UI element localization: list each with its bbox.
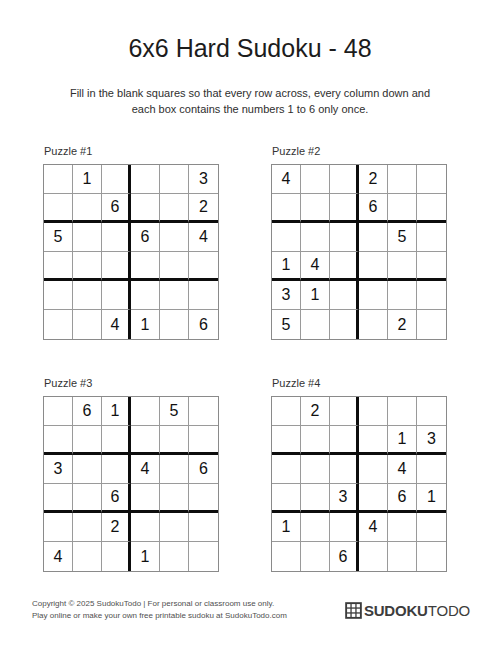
cell-r2c2 bbox=[301, 194, 330, 223]
cell-r5c1 bbox=[44, 513, 73, 542]
cell-r2c5 bbox=[388, 194, 417, 223]
cell-r3c4: 4 bbox=[131, 455, 160, 484]
cell-r4c3: 3 bbox=[330, 484, 359, 513]
cell-r2c6 bbox=[417, 194, 446, 223]
cell-r1c2 bbox=[301, 165, 330, 194]
puzzle-2: Puzzle #2 4265143152 bbox=[271, 145, 447, 340]
cell-r4c6: 1 bbox=[417, 484, 446, 513]
copyright-line-1: Copyright © 2025 SudokuTodo | For person… bbox=[32, 598, 287, 610]
sudoku-board-3: 6153466241 bbox=[43, 396, 219, 572]
cell-r1c2: 6 bbox=[73, 397, 102, 426]
cell-r5c4 bbox=[131, 513, 160, 542]
puzzle-3: Puzzle #3 6153466241 bbox=[43, 377, 219, 572]
cell-r1c1 bbox=[272, 397, 301, 426]
cell-r5c5 bbox=[160, 513, 189, 542]
sudoku-board-1: 1362564416 bbox=[43, 164, 219, 340]
sudoku-board-4: 2134361146 bbox=[271, 396, 447, 572]
cell-r1c2: 1 bbox=[73, 165, 102, 194]
cell-r2c6 bbox=[189, 426, 218, 455]
cell-r5c3 bbox=[102, 281, 131, 310]
cell-r2c3: 6 bbox=[102, 194, 131, 223]
cell-r2c4 bbox=[359, 426, 388, 455]
cell-r3c3 bbox=[102, 223, 131, 252]
cell-r4c2 bbox=[301, 484, 330, 513]
cell-r5c3 bbox=[330, 281, 359, 310]
cell-r6c1: 5 bbox=[272, 310, 301, 339]
copyright-text: Copyright © 2025 SudokuTodo | For person… bbox=[32, 598, 287, 622]
cell-r1c5 bbox=[388, 397, 417, 426]
cell-r6c3: 4 bbox=[102, 310, 131, 339]
cell-r5c2 bbox=[73, 513, 102, 542]
cell-r2c4 bbox=[131, 194, 160, 223]
cell-r3c5: 4 bbox=[388, 455, 417, 484]
cell-r6c6 bbox=[417, 542, 446, 571]
cell-r4c4 bbox=[359, 252, 388, 281]
cell-r5c6 bbox=[417, 281, 446, 310]
puzzle-3-label: Puzzle #3 bbox=[44, 377, 219, 389]
cell-r5c2: 1 bbox=[301, 281, 330, 310]
cell-r3c6 bbox=[417, 455, 446, 484]
cell-r4c6 bbox=[417, 252, 446, 281]
cell-r3c4: 6 bbox=[131, 223, 160, 252]
puzzle-1-label: Puzzle #1 bbox=[44, 145, 219, 157]
cell-r6c5: 2 bbox=[388, 310, 417, 339]
instructions-line-1: Fill in the blank squares so that every … bbox=[0, 85, 500, 101]
instructions-line-2: each box contains the numbers 1 to 6 onl… bbox=[0, 101, 500, 117]
cell-r2c2 bbox=[73, 194, 102, 223]
cell-r3c1 bbox=[272, 455, 301, 484]
cell-r6c4 bbox=[359, 542, 388, 571]
cell-r3c1: 5 bbox=[44, 223, 73, 252]
cell-r2c2 bbox=[301, 426, 330, 455]
cell-r4c3 bbox=[102, 252, 131, 281]
footer: Copyright © 2025 SudokuTodo | For person… bbox=[32, 598, 470, 622]
cell-r3c4 bbox=[359, 223, 388, 252]
cell-r6c1: 4 bbox=[44, 542, 73, 571]
cell-r3c5: 5 bbox=[388, 223, 417, 252]
cell-r3c3 bbox=[330, 455, 359, 484]
cell-r2c1 bbox=[44, 426, 73, 455]
puzzle-1: Puzzle #1 1362564416 bbox=[43, 145, 219, 340]
cell-r5c6 bbox=[189, 281, 218, 310]
sudoku-grid-icon bbox=[345, 602, 362, 619]
sudoku-board-2: 4265143152 bbox=[271, 164, 447, 340]
cell-r1c4 bbox=[131, 165, 160, 194]
cell-r5c3 bbox=[330, 513, 359, 542]
cell-r4c5: 6 bbox=[388, 484, 417, 513]
cell-r5c5 bbox=[160, 281, 189, 310]
cell-r1c4: 2 bbox=[359, 165, 388, 194]
cell-r6c4: 1 bbox=[131, 542, 160, 571]
cell-r5c1: 3 bbox=[272, 281, 301, 310]
cell-r1c4 bbox=[359, 397, 388, 426]
copyright-line-2: Play online or make your own free printa… bbox=[32, 610, 287, 622]
cell-r1c5: 5 bbox=[160, 397, 189, 426]
cell-r2c5 bbox=[160, 194, 189, 223]
cell-r1c1 bbox=[44, 165, 73, 194]
cell-r6c5 bbox=[160, 542, 189, 571]
logo-text-light: TODO bbox=[428, 602, 470, 619]
cell-r3c4 bbox=[359, 455, 388, 484]
cell-r6c2 bbox=[301, 542, 330, 571]
puzzle-2-label: Puzzle #2 bbox=[272, 145, 447, 157]
cell-r6c2 bbox=[301, 310, 330, 339]
cell-r5c4 bbox=[359, 281, 388, 310]
puzzle-4-label: Puzzle #4 bbox=[272, 377, 447, 389]
cell-r3c6 bbox=[417, 223, 446, 252]
cell-r3c2 bbox=[301, 223, 330, 252]
cell-r6c5 bbox=[388, 542, 417, 571]
cell-r2c5 bbox=[160, 426, 189, 455]
cell-r5c3: 2 bbox=[102, 513, 131, 542]
cell-r6c6: 6 bbox=[189, 310, 218, 339]
cell-r4c1 bbox=[44, 484, 73, 513]
cell-r1c5 bbox=[160, 165, 189, 194]
logo-text-bold: SUDOKU bbox=[364, 602, 428, 619]
cell-r5c4: 4 bbox=[359, 513, 388, 542]
cell-r1c6 bbox=[417, 165, 446, 194]
cell-r3c1: 3 bbox=[44, 455, 73, 484]
cell-r1c2: 2 bbox=[301, 397, 330, 426]
cell-r2c1 bbox=[272, 426, 301, 455]
cell-r2c1 bbox=[272, 194, 301, 223]
cell-r4c2: 4 bbox=[301, 252, 330, 281]
cell-r6c1 bbox=[272, 542, 301, 571]
cell-r2c3 bbox=[330, 426, 359, 455]
cell-r1c5 bbox=[388, 165, 417, 194]
cell-r2c6: 3 bbox=[417, 426, 446, 455]
cell-r4c2 bbox=[73, 252, 102, 281]
cell-r5c5 bbox=[388, 513, 417, 542]
cell-r4c2 bbox=[73, 484, 102, 513]
cell-r6c3 bbox=[330, 310, 359, 339]
cell-r4c4 bbox=[131, 252, 160, 281]
cell-r3c6: 4 bbox=[189, 223, 218, 252]
cell-r3c1 bbox=[272, 223, 301, 252]
cell-r4c3: 6 bbox=[102, 484, 131, 513]
cell-r1c3 bbox=[102, 165, 131, 194]
cell-r4c4 bbox=[131, 484, 160, 513]
cell-r6c4 bbox=[359, 310, 388, 339]
cell-r1c3 bbox=[330, 397, 359, 426]
cell-r4c5 bbox=[160, 252, 189, 281]
cell-r1c6: 3 bbox=[189, 165, 218, 194]
cell-r4c1 bbox=[44, 252, 73, 281]
cell-r5c5 bbox=[388, 281, 417, 310]
cell-r4c3 bbox=[330, 252, 359, 281]
logo-text: SUDOKUTODO bbox=[364, 602, 470, 619]
cell-r2c5: 1 bbox=[388, 426, 417, 455]
cell-r2c2 bbox=[73, 426, 102, 455]
cell-r2c3 bbox=[102, 426, 131, 455]
page-title: 6x6 Hard Sudoku - 48 bbox=[0, 0, 500, 63]
printable-sudoku-page: 6x6 Hard Sudoku - 48 Fill in the blank s… bbox=[0, 0, 500, 647]
cell-r4c1 bbox=[272, 484, 301, 513]
cell-r4c6 bbox=[189, 252, 218, 281]
cell-r6c3 bbox=[102, 542, 131, 571]
cell-r5c6 bbox=[189, 513, 218, 542]
cell-r6c2 bbox=[73, 542, 102, 571]
cell-r6c2 bbox=[73, 310, 102, 339]
cell-r3c5 bbox=[160, 455, 189, 484]
cell-r6c6 bbox=[189, 542, 218, 571]
cell-r5c2 bbox=[73, 281, 102, 310]
cell-r4c6 bbox=[189, 484, 218, 513]
cell-r5c1 bbox=[44, 281, 73, 310]
cell-r1c3: 1 bbox=[102, 397, 131, 426]
puzzles-container: Puzzle #1 1362564416 Puzzle #2 426514315… bbox=[43, 145, 447, 572]
cell-r3c2 bbox=[73, 455, 102, 484]
cell-r3c2 bbox=[301, 455, 330, 484]
instructions: Fill in the blank squares so that every … bbox=[0, 85, 500, 117]
cell-r5c4 bbox=[131, 281, 160, 310]
cell-r6c3: 6 bbox=[330, 542, 359, 571]
cell-r3c5 bbox=[160, 223, 189, 252]
cell-r1c3 bbox=[330, 165, 359, 194]
sudokutodo-logo: SUDOKUTODO bbox=[345, 602, 470, 619]
cell-r1c4 bbox=[131, 397, 160, 426]
cell-r4c4 bbox=[359, 484, 388, 513]
cell-r6c5 bbox=[160, 310, 189, 339]
cell-r3c3 bbox=[102, 455, 131, 484]
cell-r4c1: 1 bbox=[272, 252, 301, 281]
cell-r3c3 bbox=[330, 223, 359, 252]
cell-r5c6 bbox=[417, 513, 446, 542]
cell-r1c1 bbox=[44, 397, 73, 426]
cell-r1c6 bbox=[189, 397, 218, 426]
cell-r2c4: 6 bbox=[359, 194, 388, 223]
cell-r2c6: 2 bbox=[189, 194, 218, 223]
cell-r5c1: 1 bbox=[272, 513, 301, 542]
puzzle-4: Puzzle #4 2134361146 bbox=[271, 377, 447, 572]
cell-r4c5 bbox=[388, 252, 417, 281]
cell-r6c6 bbox=[417, 310, 446, 339]
cell-r1c6 bbox=[417, 397, 446, 426]
cell-r2c4 bbox=[131, 426, 160, 455]
cell-r5c2 bbox=[301, 513, 330, 542]
cell-r3c6: 6 bbox=[189, 455, 218, 484]
cell-r2c1 bbox=[44, 194, 73, 223]
cell-r6c4: 1 bbox=[131, 310, 160, 339]
cell-r1c1: 4 bbox=[272, 165, 301, 194]
cell-r4c5 bbox=[160, 484, 189, 513]
cell-r2c3 bbox=[330, 194, 359, 223]
cell-r6c1 bbox=[44, 310, 73, 339]
cell-r3c2 bbox=[73, 223, 102, 252]
